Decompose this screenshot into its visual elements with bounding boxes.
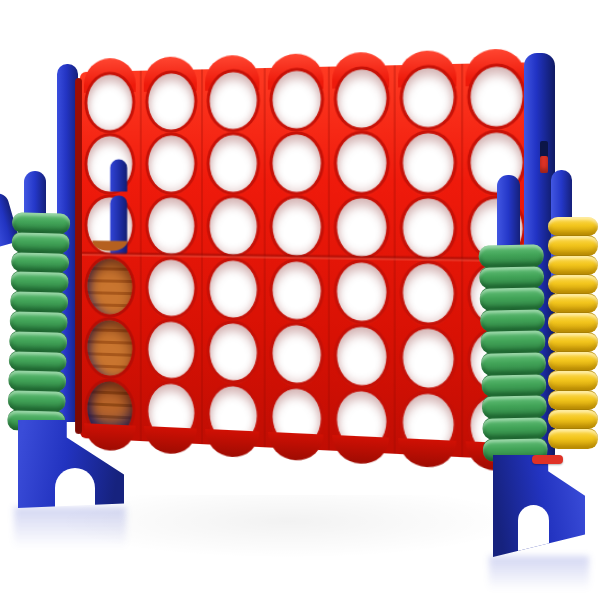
board-hole [273, 261, 321, 319]
board-cell [80, 194, 140, 256]
green-disc [12, 212, 70, 233]
board-hole [337, 198, 386, 256]
board-scallop-bottom [144, 426, 197, 455]
green-disc [482, 416, 547, 440]
board-scallop-bottom [398, 438, 456, 469]
green-disc [11, 251, 69, 273]
board-cell [264, 194, 328, 258]
board-hole [403, 67, 454, 127]
board-hole [273, 324, 321, 383]
board-hole [148, 259, 194, 316]
board-hole [210, 134, 257, 191]
board-cell [328, 195, 394, 260]
right-foot-arch [518, 505, 549, 558]
green-disc [10, 271, 68, 293]
board-hole [148, 197, 194, 253]
board-hole [337, 133, 386, 191]
foot-handle-pin [532, 455, 563, 464]
board-cell [80, 71, 140, 133]
product-photo-scene [0, 0, 600, 600]
board-hole [148, 73, 194, 130]
green-disc [482, 394, 547, 418]
board-scallop-bottom [332, 435, 389, 465]
green-disc [481, 351, 546, 375]
green-disc [480, 308, 545, 332]
board-cell [394, 195, 461, 261]
board-scallop-bottom [268, 432, 324, 462]
board-hole [273, 134, 321, 192]
green-disc [9, 310, 67, 332]
board-cell [328, 259, 394, 325]
board-cell [394, 324, 461, 391]
board-cell [201, 68, 264, 132]
green-disc [478, 244, 543, 267]
left-foot-reflection [14, 507, 126, 555]
board-hole [273, 198, 321, 256]
yellow-disc [548, 217, 598, 236]
board-hole [148, 321, 194, 378]
green-disc [479, 287, 544, 311]
connect-four-board [80, 62, 530, 460]
yellow-disc [548, 312, 598, 332]
board-hole [273, 70, 321, 128]
green-disc-stack-right [478, 244, 548, 461]
board-hole [210, 322, 257, 380]
board-cell [201, 131, 264, 194]
yellow-disc [548, 409, 598, 429]
green-disc [8, 350, 66, 372]
green-disc [8, 370, 66, 392]
board-cell [328, 130, 394, 195]
green-disc [11, 231, 69, 253]
board-cell [140, 132, 201, 194]
green-disc [480, 330, 545, 354]
board-hole [87, 197, 132, 253]
green-disc [9, 330, 67, 352]
board-cell [264, 131, 328, 195]
green-disc [7, 389, 65, 411]
post-lock-pin [540, 156, 548, 173]
board-cell [264, 67, 328, 132]
board-hole [337, 326, 386, 386]
board-hole [87, 258, 132, 314]
board-hole [337, 69, 386, 128]
board-hole [87, 136, 132, 192]
board-hole [87, 74, 132, 130]
board-hole [403, 263, 454, 323]
rear-disc-peg-through-hole [111, 159, 128, 191]
yellow-disc [548, 390, 598, 410]
board-cell [140, 69, 201, 132]
board-hole [210, 71, 257, 128]
board-cell [264, 321, 328, 387]
yellow-disc [548, 274, 598, 294]
board-cell [201, 257, 264, 321]
green-disc-stack-left [7, 212, 70, 431]
board-cell [140, 256, 201, 319]
right-foot-reflection [489, 556, 589, 596]
yellow-disc-stack [548, 217, 598, 449]
right-foot [493, 455, 585, 557]
green-disc [479, 265, 544, 289]
board-hole [471, 66, 523, 126]
board-hole [210, 260, 257, 318]
green-disc [10, 291, 68, 313]
yellow-disc [548, 428, 598, 448]
yellow-disc [548, 255, 598, 275]
green-disc [481, 373, 546, 397]
board-cell [80, 316, 140, 379]
board-cell [201, 194, 264, 257]
board-hole [403, 328, 454, 388]
board-hole [210, 197, 257, 254]
board-cell [140, 318, 201, 382]
board-cell [264, 258, 328, 323]
board-cell [328, 65, 394, 130]
left-foot-arch [55, 468, 95, 509]
board-cell [394, 259, 461, 326]
yellow-disc [548, 332, 598, 352]
board-cell [394, 129, 461, 195]
board-hole [87, 319, 132, 376]
board-hole [148, 135, 194, 191]
yellow-disc [548, 293, 598, 313]
rear-disc-peg-through-hole [111, 196, 128, 254]
yellow-disc [548, 370, 598, 390]
yellow-disc [548, 351, 598, 371]
board-hole [337, 262, 386, 321]
board-hole [403, 133, 454, 192]
board-cell [328, 323, 394, 389]
board-cell [394, 64, 461, 130]
board-scallop-bottom [205, 429, 259, 458]
board-cell [201, 319, 264, 384]
board-cell [80, 132, 140, 194]
board-cell [140, 194, 201, 257]
board-cell [80, 255, 140, 318]
board-scallop-bottom [84, 423, 136, 452]
yellow-disc [548, 235, 598, 255]
board-hole [403, 198, 454, 257]
board-cell [461, 62, 530, 129]
